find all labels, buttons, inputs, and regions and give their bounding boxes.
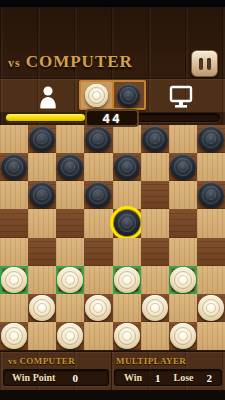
win-point-value: 0 — [73, 372, 79, 384]
win-lose-box: Win 1 Lose 2 — [114, 369, 222, 386]
board-square-r3c6[interactable] — [169, 209, 197, 237]
board-square-r6c7[interactable] — [197, 294, 225, 322]
board-square-r7c7[interactable] — [197, 322, 225, 350]
turn-indicator — [79, 80, 146, 110]
board-square-r2c7[interactable] — [197, 181, 225, 209]
board-square-r3c4[interactable] — [113, 209, 141, 237]
white-checker[interactable] — [85, 295, 111, 321]
pause-button[interactable] — [191, 50, 218, 77]
board-square-r2c6[interactable] — [169, 181, 197, 209]
board-square-r6c5[interactable] — [141, 294, 169, 322]
board-square-r4c0[interactable] — [0, 238, 28, 266]
win-label: Win — [124, 372, 142, 383]
turn-cell-dark — [114, 82, 145, 108]
board-square-r7c5[interactable] — [141, 322, 169, 350]
board-square-r2c4[interactable] — [113, 181, 141, 209]
board-square-r4c3[interactable] — [84, 238, 112, 266]
board-square-r2c1[interactable] — [28, 181, 56, 209]
board-square-r6c0[interactable] — [0, 294, 28, 322]
board-square-r5c2[interactable] — [56, 266, 84, 294]
lose-label: Lose — [174, 372, 194, 383]
white-checker[interactable] — [57, 323, 83, 349]
board-square-r5c7[interactable] — [197, 266, 225, 294]
board-square-r0c6[interactable] — [169, 125, 197, 153]
board-square-r6c2[interactable] — [56, 294, 84, 322]
board-square-r0c3[interactable] — [84, 125, 112, 153]
board-square-r5c1[interactable] — [28, 266, 56, 294]
timer-progress-fill — [6, 114, 85, 121]
board-square-r5c3[interactable] — [84, 266, 112, 294]
checkers-board[interactable] — [0, 125, 225, 350]
win-point-label: Win Point — [12, 372, 73, 383]
dark-checker[interactable] — [198, 182, 224, 208]
footer-left-label: vs COMPUTER — [8, 356, 75, 366]
board-square-r5c6[interactable] — [169, 266, 197, 294]
board-square-r4c2[interactable] — [56, 238, 84, 266]
board-square-r7c0[interactable] — [0, 322, 28, 350]
board-square-r2c0[interactable] — [0, 181, 28, 209]
board-square-r3c0[interactable] — [0, 209, 28, 237]
board-square-r1c0[interactable] — [0, 153, 28, 181]
board-square-r0c5[interactable] — [141, 125, 169, 153]
dark-checker[interactable] — [29, 182, 55, 208]
pause-icon — [199, 58, 203, 70]
dark-checker[interactable] — [114, 154, 140, 180]
board-square-r4c5[interactable] — [141, 238, 169, 266]
page-title: vs COMPUTER — [8, 52, 133, 72]
white-checker[interactable] — [142, 295, 168, 321]
board-square-r0c2[interactable] — [56, 125, 84, 153]
status-bar-strip — [0, 0, 225, 7]
board-square-r7c2[interactable] — [56, 322, 84, 350]
board-square-r3c7[interactable] — [197, 209, 225, 237]
white-checker[interactable] — [170, 323, 196, 349]
dark-checker[interactable] — [142, 126, 168, 152]
board-square-r4c7[interactable] — [197, 238, 225, 266]
board-square-r6c4[interactable] — [113, 294, 141, 322]
board-square-r5c0[interactable] — [0, 266, 28, 294]
white-checker-icon — [85, 84, 108, 107]
board-square-r3c3[interactable] — [84, 209, 112, 237]
person-icon — [37, 84, 59, 109]
timer-display: 44 — [85, 109, 139, 127]
dark-checker[interactable] — [85, 182, 111, 208]
board-square-r1c3[interactable] — [84, 153, 112, 181]
board-square-r4c6[interactable] — [169, 238, 197, 266]
dark-checker[interactable] — [1, 154, 27, 180]
board-square-r1c2[interactable] — [56, 153, 84, 181]
board-square-r4c4[interactable] — [113, 238, 141, 266]
board-square-r1c6[interactable] — [169, 153, 197, 181]
board-square-r6c3[interactable] — [84, 294, 112, 322]
board-square-r7c6[interactable] — [169, 322, 197, 350]
board-square-r3c2[interactable] — [56, 209, 84, 237]
board-square-r0c4[interactable] — [113, 125, 141, 153]
white-checker[interactable] — [1, 267, 27, 293]
board-square-r2c3[interactable] — [84, 181, 112, 209]
checkers-app: vs COMPUTER 44 vs COMPUTER Win Poi — [0, 0, 225, 400]
dark-checker[interactable] — [114, 210, 140, 236]
white-checker[interactable] — [114, 323, 140, 349]
board-square-r2c5[interactable] — [141, 181, 169, 209]
timer-value: 44 — [102, 112, 122, 125]
board-square-r1c5[interactable] — [141, 153, 169, 181]
title-main: COMPUTER — [26, 52, 133, 71]
white-checker[interactable] — [170, 267, 196, 293]
win-value: 1 — [155, 372, 161, 384]
dark-checker[interactable] — [57, 154, 83, 180]
monitor-icon — [169, 85, 193, 108]
board-square-r0c1[interactable] — [28, 125, 56, 153]
white-checker[interactable] — [114, 267, 140, 293]
board-square-r2c2[interactable] — [56, 181, 84, 209]
board-square-r6c6[interactable] — [169, 294, 197, 322]
white-checker[interactable] — [57, 267, 83, 293]
board-square-r0c7[interactable] — [197, 125, 225, 153]
board-square-r7c3[interactable] — [84, 322, 112, 350]
turn-cell-white — [81, 82, 114, 108]
board-square-r5c4[interactable] — [113, 266, 141, 294]
board-square-r6c1[interactable] — [28, 294, 56, 322]
footer-divider — [111, 352, 112, 390]
board-square-r3c5[interactable] — [141, 209, 169, 237]
board-square-r1c7[interactable] — [197, 153, 225, 181]
board-square-r3c1[interactable] — [28, 209, 56, 237]
footer-right-label: MULTIPLAYER — [116, 356, 186, 366]
white-checker[interactable] — [198, 295, 224, 321]
board-square-r0c0[interactable] — [0, 125, 28, 153]
dark-checker-icon — [117, 84, 140, 107]
board-square-r5c5[interactable] — [141, 266, 169, 294]
board-square-r7c4[interactable] — [113, 322, 141, 350]
board-square-r7c1[interactable] — [28, 322, 56, 350]
white-checker[interactable] — [1, 323, 27, 349]
white-checker[interactable] — [29, 295, 55, 321]
board-square-r1c4[interactable] — [113, 153, 141, 181]
lose-value: 2 — [206, 372, 212, 384]
dark-checker[interactable] — [29, 126, 55, 152]
dark-checker[interactable] — [198, 126, 224, 152]
dark-checker[interactable] — [170, 154, 196, 180]
title-vs: vs — [8, 56, 21, 70]
board-square-r4c1[interactable] — [28, 238, 56, 266]
win-point-box: Win Point 0 — [3, 369, 109, 386]
dark-checker[interactable] — [85, 126, 111, 152]
board-square-r1c1[interactable] — [28, 153, 56, 181]
